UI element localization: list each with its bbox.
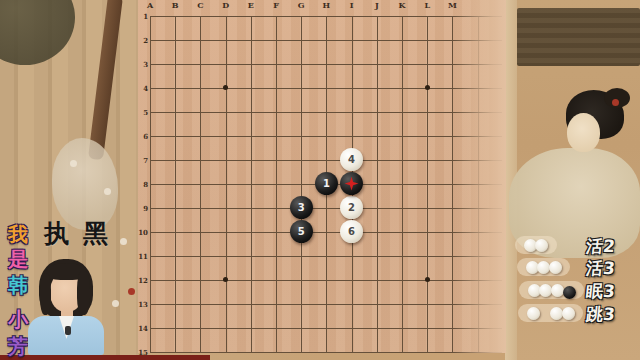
grid-line bbox=[175, 16, 176, 353]
painting-tree-trunk bbox=[88, 0, 123, 160]
column-label: A bbox=[143, 0, 157, 11]
column-label: L bbox=[420, 0, 434, 11]
legend-stone-white bbox=[535, 239, 548, 252]
gomoku-board[interactable]: ABCDEFGHIJKLM123456789101112131415123456 bbox=[138, 0, 506, 353]
row-label: 12 bbox=[138, 276, 148, 285]
grid-line bbox=[150, 16, 151, 353]
column-label: C bbox=[193, 0, 207, 11]
star-point bbox=[223, 277, 228, 282]
avatar-microphone-icon bbox=[65, 326, 71, 335]
stone-white-6: 6 bbox=[340, 220, 363, 243]
column-label: F bbox=[269, 0, 283, 11]
grid-line bbox=[226, 16, 227, 353]
move-number: 2 bbox=[348, 203, 355, 213]
grid-line bbox=[301, 16, 302, 353]
legend-label: 活3 bbox=[585, 257, 627, 280]
column-label: K bbox=[395, 0, 409, 11]
legend-stone-white bbox=[549, 261, 562, 274]
painting-foliage bbox=[0, 0, 75, 65]
streamer-avatar bbox=[27, 257, 105, 355]
stone-black-3: 3 bbox=[290, 196, 313, 219]
grid-line bbox=[377, 16, 378, 353]
painting-blossom bbox=[70, 160, 77, 167]
row-label: 11 bbox=[138, 252, 148, 261]
last-move-red-star-icon bbox=[344, 176, 359, 191]
row-label: 2 bbox=[138, 36, 148, 45]
painting-blossom bbox=[104, 188, 111, 195]
painting-lady-face bbox=[567, 113, 600, 152]
move-number: 1 bbox=[323, 179, 330, 189]
column-label: E bbox=[244, 0, 258, 11]
star-point bbox=[223, 85, 228, 90]
star-point bbox=[425, 85, 430, 90]
legend-label: 活2 bbox=[585, 235, 627, 258]
painting-red-flower bbox=[128, 288, 135, 295]
painting-dark-screen bbox=[517, 8, 640, 66]
column-label: D bbox=[219, 0, 233, 11]
board-edge-strip bbox=[505, 0, 517, 360]
grid-line bbox=[276, 16, 277, 353]
row-label: 3 bbox=[138, 60, 148, 69]
star-point bbox=[425, 277, 430, 282]
legend-stone-white bbox=[551, 284, 564, 297]
painting-lady-hair bbox=[566, 90, 624, 139]
bottom-maroon-strip bbox=[0, 355, 210, 360]
row-label: 10 bbox=[138, 228, 148, 237]
move-number: 4 bbox=[348, 155, 355, 165]
legend-label: 眠3 bbox=[585, 280, 627, 303]
play-black-label: 执黑 bbox=[44, 217, 122, 250]
painting-blossom bbox=[112, 300, 119, 307]
row-label: 5 bbox=[138, 108, 148, 117]
legend-stone-white bbox=[527, 307, 540, 320]
row-label: 9 bbox=[138, 204, 148, 213]
grid-line bbox=[427, 16, 428, 353]
painting-lady-hairbun bbox=[604, 88, 630, 108]
board-right-fade bbox=[454, 0, 506, 353]
streamer-name-char: 我 bbox=[5, 221, 31, 248]
avatar-hair-right bbox=[77, 271, 90, 315]
row-label: 15 bbox=[138, 348, 148, 357]
column-label: B bbox=[168, 0, 182, 11]
video-frame: ABCDEFGHIJKLM123456789101112131415123456… bbox=[0, 0, 640, 360]
stone-black-1: 1 bbox=[315, 172, 338, 195]
legend-stone-white bbox=[550, 307, 563, 320]
row-label: 13 bbox=[138, 300, 148, 309]
avatar-hair-left bbox=[40, 273, 51, 315]
grid-line bbox=[200, 16, 201, 353]
row-label: 7 bbox=[138, 156, 148, 165]
stone-white-4: 4 bbox=[340, 148, 363, 171]
move-number: 5 bbox=[298, 227, 305, 237]
column-label: H bbox=[319, 0, 333, 11]
grid-line bbox=[251, 16, 252, 353]
stone-black-lastmove bbox=[340, 172, 363, 195]
row-label: 6 bbox=[138, 132, 148, 141]
stone-white-2: 2 bbox=[340, 196, 363, 219]
stone-black-5: 5 bbox=[290, 220, 313, 243]
column-label: G bbox=[294, 0, 308, 11]
column-label: I bbox=[345, 0, 359, 11]
row-label: 4 bbox=[138, 84, 148, 93]
legend-label: 跳3 bbox=[585, 303, 627, 326]
legend-stone-black bbox=[563, 286, 576, 299]
painting-hairpin-flower bbox=[612, 99, 619, 106]
grid-line bbox=[402, 16, 403, 353]
move-number: 3 bbox=[298, 203, 305, 213]
move-number: 6 bbox=[348, 227, 355, 237]
column-label: J bbox=[370, 0, 384, 11]
legend-stone-white bbox=[562, 307, 575, 320]
row-label: 8 bbox=[138, 180, 148, 189]
row-label: 1 bbox=[138, 12, 148, 21]
row-label: 14 bbox=[138, 324, 148, 333]
